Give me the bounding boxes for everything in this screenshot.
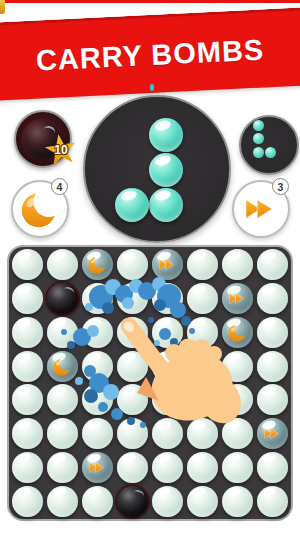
board-cell-r1c3[interactable] xyxy=(80,248,115,282)
board-cell-r4c6[interactable] xyxy=(185,349,220,383)
clear-bubble xyxy=(12,384,43,415)
clear-bubble xyxy=(257,384,288,415)
board-cell-r3c6[interactable] xyxy=(185,316,220,350)
clear-bubble xyxy=(257,486,288,517)
board-cell-r7c7[interactable] xyxy=(220,451,255,485)
board-cell-r5c5[interactable] xyxy=(150,383,185,417)
bomb-count: 10 xyxy=(44,143,78,157)
crescent-icon xyxy=(19,188,61,230)
board-cell-r6c4[interactable] xyxy=(115,417,150,451)
preview-dot xyxy=(253,147,264,158)
clear-bubble xyxy=(12,452,43,483)
board-cell-r2c1[interactable] xyxy=(10,282,45,316)
preview-bubble xyxy=(115,188,149,222)
fast-forward-count-badge: 3 xyxy=(272,178,289,195)
preview-bubble xyxy=(149,188,183,222)
clear-bubble xyxy=(187,452,218,483)
clear-bubble xyxy=(222,351,253,382)
clear-bubble xyxy=(152,283,183,314)
mini-shape-panel xyxy=(239,115,299,175)
clear-bubble xyxy=(152,351,183,382)
bomb-count-badge: 10 xyxy=(44,134,78,168)
board-cell-r8c2[interactable] xyxy=(45,484,80,518)
board-cell-r8c8[interactable] xyxy=(255,484,290,518)
clear-bubble xyxy=(117,249,148,280)
clear-bubble xyxy=(117,351,148,382)
clear-bubble xyxy=(47,452,78,483)
board-cell-r1c2[interactable] xyxy=(45,248,80,282)
crescent-power-button[interactable]: 4 xyxy=(11,180,69,238)
clear-bubble xyxy=(257,317,288,348)
clear-bubble xyxy=(257,452,288,483)
board-cell-r6c3[interactable] xyxy=(80,417,115,451)
board-cell-r8c4[interactable] xyxy=(115,484,150,518)
clear-bubble xyxy=(82,283,113,314)
board-cell-r2c4[interactable] xyxy=(115,282,150,316)
fast-forward-bubble xyxy=(82,452,113,483)
clear-bubble xyxy=(152,384,183,415)
board-cell-r3c4[interactable] xyxy=(115,316,150,350)
clear-bubble xyxy=(12,486,43,517)
board-cell-r3c8[interactable] xyxy=(255,316,290,350)
board-cell-r5c3[interactable] xyxy=(80,383,115,417)
crescent-icon xyxy=(87,254,108,275)
shape-preview-panel xyxy=(83,95,231,243)
board-cell-r3c5[interactable] xyxy=(150,316,185,350)
board-grid xyxy=(7,245,293,521)
crescent-bubble xyxy=(47,351,78,382)
board-cell-r5c4[interactable] xyxy=(115,383,150,417)
fast-forward-power-button[interactable]: 3 xyxy=(232,180,290,238)
crescent-bubble xyxy=(222,317,253,348)
preview-dot xyxy=(253,133,264,144)
board-cell-r7c1[interactable] xyxy=(10,451,45,485)
board-cell-r8c7[interactable] xyxy=(220,484,255,518)
app-screenshot: CARRY BOMBS 10 4 3 xyxy=(0,0,300,533)
preview-bubble xyxy=(149,153,183,187)
board-cell-r6c5[interactable] xyxy=(150,417,185,451)
fast-forward-icon xyxy=(241,189,281,229)
fast-forward-bubble xyxy=(222,283,253,314)
clear-bubble xyxy=(117,452,148,483)
board-cell-r1c6[interactable] xyxy=(185,248,220,282)
board-cell-r5c7[interactable] xyxy=(220,383,255,417)
fast-forward-icon xyxy=(157,254,178,275)
fast-forward-bubble xyxy=(257,418,288,449)
preview-bubble xyxy=(149,118,183,152)
board-cell-r1c4[interactable] xyxy=(115,248,150,282)
clear-bubble xyxy=(47,249,78,280)
board-cell-r7c2[interactable] xyxy=(45,451,80,485)
fast-forward-icon xyxy=(262,423,283,444)
clear-bubble xyxy=(152,452,183,483)
bomb-bubble xyxy=(117,486,148,517)
crescent-icon xyxy=(227,322,248,343)
board-cell-r4c7[interactable] xyxy=(220,349,255,383)
board-cell-r1c8[interactable] xyxy=(255,248,290,282)
board-cell-r7c4[interactable] xyxy=(115,451,150,485)
board-cell-r2c6[interactable] xyxy=(185,282,220,316)
clear-bubble xyxy=(47,317,78,348)
board-cell-r1c1[interactable] xyxy=(10,248,45,282)
banner-title: CARRY BOMBS xyxy=(35,33,265,77)
preview-dot xyxy=(253,120,264,131)
clear-bubble xyxy=(187,351,218,382)
board-cell-r2c8[interactable] xyxy=(255,282,290,316)
clear-bubble xyxy=(82,486,113,517)
corner-decoration xyxy=(0,0,5,14)
clear-bubble xyxy=(117,384,148,415)
board-cell-r5c8[interactable] xyxy=(255,383,290,417)
board-cell-r5c6[interactable] xyxy=(185,383,220,417)
clear-bubble xyxy=(187,249,218,280)
clear-bubble xyxy=(117,283,148,314)
clear-bubble xyxy=(12,249,43,280)
board-cell-r8c3[interactable] xyxy=(80,484,115,518)
clear-bubble xyxy=(82,384,113,415)
board-cell-r3c7[interactable] xyxy=(220,316,255,350)
board-cell-r2c3[interactable] xyxy=(80,282,115,316)
bomb-button[interactable]: 10 xyxy=(14,110,72,168)
board-cell-r8c6[interactable] xyxy=(185,484,220,518)
clear-bubble xyxy=(117,418,148,449)
board-cell-r6c7[interactable] xyxy=(220,417,255,451)
clear-bubble xyxy=(222,384,253,415)
board-cell-r5c2[interactable] xyxy=(45,383,80,417)
board-cell-r3c3[interactable] xyxy=(80,316,115,350)
teal-dash xyxy=(150,84,154,91)
board-cell-r4c2[interactable] xyxy=(45,349,80,383)
clear-bubble xyxy=(187,418,218,449)
clear-bubble xyxy=(152,486,183,517)
crescent-count-badge: 4 xyxy=(51,178,68,195)
clear-bubble xyxy=(82,317,113,348)
clear-bubble xyxy=(152,418,183,449)
board-cell-r1c5[interactable] xyxy=(150,248,185,282)
board-cell-r4c1[interactable] xyxy=(10,349,45,383)
fast-forward-icon xyxy=(87,457,108,478)
crescent-bubble xyxy=(82,249,113,280)
clear-bubble xyxy=(47,486,78,517)
clear-bubble xyxy=(187,486,218,517)
clear-bubble xyxy=(12,283,43,314)
clear-bubble xyxy=(257,283,288,314)
clear-bubble xyxy=(257,249,288,280)
board-cell-r4c5[interactable] xyxy=(150,349,185,383)
board-cell-r3c1[interactable] xyxy=(10,316,45,350)
bomb-bubble xyxy=(47,283,78,314)
top-red-strip xyxy=(0,0,300,3)
clear-bubble xyxy=(187,283,218,314)
fast-forward-bubble xyxy=(152,249,183,280)
board-cell-r5c1[interactable] xyxy=(10,383,45,417)
clear-bubble xyxy=(12,351,43,382)
clear-bubble xyxy=(222,249,253,280)
board-cell-r4c4[interactable] xyxy=(115,349,150,383)
board-cell-r7c3[interactable] xyxy=(80,451,115,485)
board-cell-r4c8[interactable] xyxy=(255,349,290,383)
clear-bubble xyxy=(82,351,113,382)
crescent-icon xyxy=(52,356,73,377)
board-cell-r4c3[interactable] xyxy=(80,349,115,383)
preview-dot xyxy=(265,147,276,158)
board-cell-r8c1[interactable] xyxy=(10,484,45,518)
board-cell-r8c5[interactable] xyxy=(150,484,185,518)
board-cell-r2c2[interactable] xyxy=(45,282,80,316)
fast-forward-icon xyxy=(227,288,248,309)
board-cell-r2c7[interactable] xyxy=(220,282,255,316)
board-cell-r6c1[interactable] xyxy=(10,417,45,451)
clear-bubble xyxy=(12,418,43,449)
clear-bubble xyxy=(187,384,218,415)
clear-bubble xyxy=(257,351,288,382)
board-cell-r7c5[interactable] xyxy=(150,451,185,485)
board-cell-r2c5[interactable] xyxy=(150,282,185,316)
board-cell-r7c8[interactable] xyxy=(255,451,290,485)
clear-bubble xyxy=(47,418,78,449)
clear-bubble xyxy=(222,452,253,483)
board-cell-r6c2[interactable] xyxy=(45,417,80,451)
clear-bubble xyxy=(187,317,218,348)
board-cell-r1c7[interactable] xyxy=(220,248,255,282)
clear-bubble xyxy=(222,486,253,517)
board-cell-r7c6[interactable] xyxy=(185,451,220,485)
clear-bubble xyxy=(82,418,113,449)
clear-bubble xyxy=(47,384,78,415)
clear-bubble xyxy=(117,317,148,348)
clear-bubble xyxy=(152,317,183,348)
clear-bubble xyxy=(222,418,253,449)
clear-bubble xyxy=(12,317,43,348)
board-cell-r3c2[interactable] xyxy=(45,316,80,350)
board-cell-r6c8[interactable] xyxy=(255,417,290,451)
board-cell-r6c6[interactable] xyxy=(185,417,220,451)
